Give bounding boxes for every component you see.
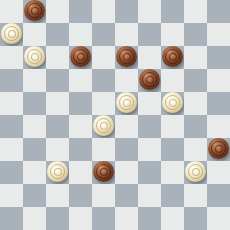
square-30[interactable] xyxy=(184,115,207,138)
light-square-r8c2 xyxy=(46,184,69,207)
light-square-r3c9 xyxy=(207,69,230,92)
square-18[interactable] xyxy=(92,69,115,92)
square-13[interactable] xyxy=(115,46,138,69)
light-square-r6c2 xyxy=(46,138,69,161)
white-man-ring xyxy=(4,26,19,41)
black-man-center xyxy=(215,145,223,153)
square-27[interactable] xyxy=(46,115,69,138)
light-square-r8c6 xyxy=(138,184,161,207)
white-man-ring xyxy=(188,164,203,179)
white-man-square-40[interactable] xyxy=(185,161,206,182)
square-43[interactable] xyxy=(115,184,138,207)
square-26[interactable] xyxy=(0,115,23,138)
square-10[interactable] xyxy=(184,23,207,46)
light-square-r4c4 xyxy=(92,92,115,115)
light-square-r6c6 xyxy=(138,138,161,161)
square-9[interactable] xyxy=(138,23,161,46)
white-man-center xyxy=(31,53,39,61)
black-man-ring xyxy=(211,141,226,156)
black-man-center xyxy=(31,7,39,15)
square-44[interactable] xyxy=(161,184,184,207)
black-man-center xyxy=(100,168,108,176)
black-man-square-12[interactable] xyxy=(70,46,91,67)
white-man-square-28[interactable] xyxy=(93,115,114,136)
square-36[interactable] xyxy=(0,161,23,184)
light-square-r3c3 xyxy=(69,69,92,92)
light-square-r0c6 xyxy=(138,0,161,23)
light-square-r0c8 xyxy=(184,0,207,23)
square-50[interactable] xyxy=(184,207,207,230)
white-man-square-11[interactable] xyxy=(24,46,45,67)
draughts-board xyxy=(0,0,230,230)
square-5[interactable] xyxy=(207,0,230,23)
black-man-ring xyxy=(142,72,157,87)
black-man-center xyxy=(77,53,85,61)
light-square-r1c3 xyxy=(69,23,92,46)
white-man-ring xyxy=(50,164,65,179)
square-40[interactable] xyxy=(184,161,207,184)
square-33[interactable] xyxy=(115,138,138,161)
white-man-center xyxy=(100,122,108,130)
white-man-center xyxy=(8,30,16,38)
light-square-r0c4 xyxy=(92,0,115,23)
square-34[interactable] xyxy=(161,138,184,161)
light-square-r2c4 xyxy=(92,46,115,69)
black-man-square-38[interactable] xyxy=(93,161,114,182)
white-man-square-6[interactable] xyxy=(1,23,22,44)
square-6[interactable] xyxy=(0,23,23,46)
square-11[interactable] xyxy=(23,46,46,69)
light-square-r7c3 xyxy=(69,161,92,184)
black-man-square-1[interactable] xyxy=(24,0,45,21)
square-47[interactable] xyxy=(46,207,69,230)
light-square-r5c5 xyxy=(115,115,138,138)
white-man-ring xyxy=(165,95,180,110)
square-8[interactable] xyxy=(92,23,115,46)
light-square-r6c0 xyxy=(0,138,23,161)
square-29[interactable] xyxy=(138,115,161,138)
light-square-r2c6 xyxy=(138,46,161,69)
square-2[interactable] xyxy=(69,0,92,23)
square-38[interactable] xyxy=(92,161,115,184)
square-3[interactable] xyxy=(115,0,138,23)
light-square-r8c0 xyxy=(0,184,23,207)
light-square-r0c2 xyxy=(46,0,69,23)
light-square-r5c9 xyxy=(207,115,230,138)
square-48[interactable] xyxy=(92,207,115,230)
light-square-r7c9 xyxy=(207,161,230,184)
square-16[interactable] xyxy=(0,69,23,92)
light-square-r7c5 xyxy=(115,161,138,184)
black-man-ring xyxy=(96,164,111,179)
square-32[interactable] xyxy=(69,138,92,161)
light-square-r9c1 xyxy=(23,207,46,230)
white-man-center xyxy=(123,99,131,107)
square-4[interactable] xyxy=(161,0,184,23)
light-square-r9c3 xyxy=(69,207,92,230)
light-square-r3c1 xyxy=(23,69,46,92)
white-man-center xyxy=(169,99,177,107)
black-man-center xyxy=(146,76,154,84)
square-41[interactable] xyxy=(23,184,46,207)
square-45[interactable] xyxy=(207,184,230,207)
white-man-ring xyxy=(96,118,111,133)
light-square-r1c7 xyxy=(161,23,184,46)
light-square-r1c5 xyxy=(115,23,138,46)
white-man-square-23[interactable] xyxy=(116,92,137,113)
black-man-ring xyxy=(119,49,134,64)
black-man-square-13[interactable] xyxy=(116,46,137,67)
light-square-r8c8 xyxy=(184,184,207,207)
light-square-r7c1 xyxy=(23,161,46,184)
light-square-r6c4 xyxy=(92,138,115,161)
light-square-r9c9 xyxy=(207,207,230,230)
light-square-r5c1 xyxy=(23,115,46,138)
white-man-square-24[interactable] xyxy=(162,92,183,113)
light-square-r9c5 xyxy=(115,207,138,230)
square-15[interactable] xyxy=(207,46,230,69)
black-man-center xyxy=(123,53,131,61)
black-man-square-19[interactable] xyxy=(139,69,160,90)
square-23[interactable] xyxy=(115,92,138,115)
square-42[interactable] xyxy=(69,184,92,207)
square-49[interactable] xyxy=(138,207,161,230)
light-square-r3c7 xyxy=(161,69,184,92)
square-14[interactable] xyxy=(161,46,184,69)
square-12[interactable] xyxy=(69,46,92,69)
light-square-r0c0 xyxy=(0,0,23,23)
white-man-ring xyxy=(27,49,42,64)
light-square-r2c8 xyxy=(184,46,207,69)
square-46[interactable] xyxy=(0,207,23,230)
light-square-r3c5 xyxy=(115,69,138,92)
square-19[interactable] xyxy=(138,69,161,92)
square-1[interactable] xyxy=(23,0,46,23)
white-man-center xyxy=(192,168,200,176)
light-square-r9c7 xyxy=(161,207,184,230)
square-39[interactable] xyxy=(138,161,161,184)
light-square-r1c9 xyxy=(207,23,230,46)
square-22[interactable] xyxy=(69,92,92,115)
black-man-ring xyxy=(73,49,88,64)
square-37[interactable] xyxy=(46,161,69,184)
light-square-r8c4 xyxy=(92,184,115,207)
square-31[interactable] xyxy=(23,138,46,161)
light-square-r4c6 xyxy=(138,92,161,115)
light-square-r5c3 xyxy=(69,115,92,138)
black-man-square-14[interactable] xyxy=(162,46,183,67)
black-man-ring xyxy=(165,49,180,64)
square-35[interactable] xyxy=(207,138,230,161)
square-25[interactable] xyxy=(207,92,230,115)
square-17[interactable] xyxy=(46,69,69,92)
light-square-r7c7 xyxy=(161,161,184,184)
square-28[interactable] xyxy=(92,115,115,138)
light-square-r2c2 xyxy=(46,46,69,69)
white-man-ring xyxy=(119,95,134,110)
light-square-r4c0 xyxy=(0,92,23,115)
light-square-r6c8 xyxy=(184,138,207,161)
square-24[interactable] xyxy=(161,92,184,115)
square-20[interactable] xyxy=(184,69,207,92)
square-7[interactable] xyxy=(46,23,69,46)
light-square-r4c8 xyxy=(184,92,207,115)
light-square-r1c1 xyxy=(23,23,46,46)
light-square-r2c0 xyxy=(0,46,23,69)
black-man-ring xyxy=(27,3,42,18)
black-man-square-35[interactable] xyxy=(208,138,229,159)
white-man-square-37[interactable] xyxy=(47,161,68,182)
square-21[interactable] xyxy=(23,92,46,115)
black-man-center xyxy=(169,53,177,61)
light-square-r5c7 xyxy=(161,115,184,138)
white-man-center xyxy=(54,168,62,176)
light-square-r4c2 xyxy=(46,92,69,115)
